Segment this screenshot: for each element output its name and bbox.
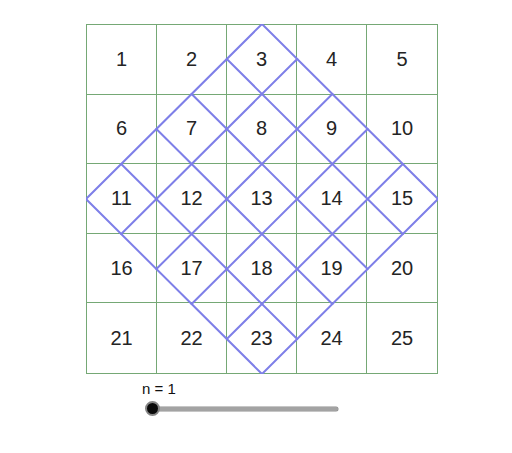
grid-cell-22: 22: [157, 303, 227, 373]
slider-track[interactable]: [151, 407, 338, 411]
grid-cell-7: 7: [157, 95, 227, 165]
grid-cell-24: 24: [297, 303, 367, 373]
grid-cell-12: 12: [157, 164, 227, 234]
grid-cell-16: 16: [87, 234, 157, 304]
grid-cell-5: 5: [367, 25, 437, 95]
grid-cell-20: 20: [367, 234, 437, 304]
grid-cell-25: 25: [367, 303, 437, 373]
grid-cell-6: 6: [87, 95, 157, 165]
board: 1234567891011121314151617181920212223242…: [86, 24, 438, 374]
grid-cell-23: 23: [227, 303, 297, 373]
grid-cell-19: 19: [297, 234, 367, 304]
grid-cell-11: 11: [87, 164, 157, 234]
grid-cell-4: 4: [297, 25, 367, 95]
grid-cell-14: 14: [297, 164, 367, 234]
grid-cell-8: 8: [227, 95, 297, 165]
applet-canvas: 1234567891011121314151617181920212223242…: [0, 0, 512, 453]
slider-knob[interactable]: [145, 401, 160, 416]
grid-cell-1: 1: [87, 25, 157, 95]
grid-cell-3: 3: [227, 25, 297, 95]
grid-cell-18: 18: [227, 234, 297, 304]
grid-cell-15: 15: [367, 164, 437, 234]
slider-label: n = 1: [142, 380, 176, 397]
number-grid: 1234567891011121314151617181920212223242…: [86, 24, 438, 374]
grid-cell-10: 10: [367, 95, 437, 165]
grid-cell-13: 13: [227, 164, 297, 234]
grid-cell-21: 21: [87, 303, 157, 373]
grid-cell-17: 17: [157, 234, 227, 304]
grid-cell-9: 9: [297, 95, 367, 165]
grid-cell-2: 2: [157, 25, 227, 95]
